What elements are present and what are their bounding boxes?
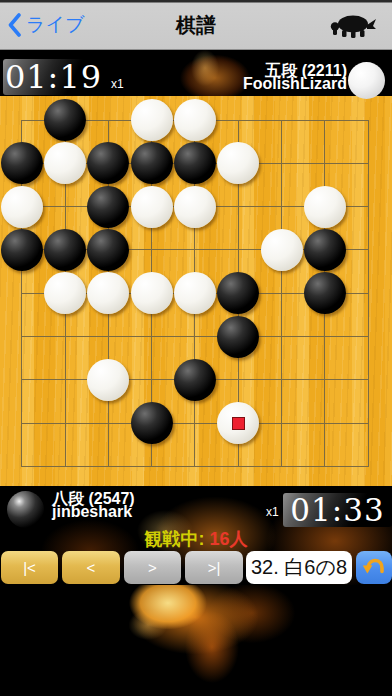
white-time-multiplier: x1	[111, 77, 124, 91]
stone-white	[131, 272, 173, 314]
stone-black	[131, 402, 173, 444]
grid-line	[368, 120, 369, 467]
stone-black	[44, 229, 86, 271]
stone-white	[261, 229, 303, 271]
grid-line	[21, 466, 368, 467]
last-move-marker	[232, 417, 245, 430]
stone-black	[304, 272, 346, 314]
stone-black	[217, 272, 259, 314]
move-number-display: 32. 白6の8	[246, 551, 352, 584]
black-player-bar: 八段 (2547) jinbeshark x1 01:33	[0, 486, 392, 526]
black-player-name: jinbeshark	[52, 505, 135, 518]
black-stone-avatar	[7, 491, 44, 528]
stone-white	[174, 272, 216, 314]
stone-white	[1, 186, 43, 228]
grid-line	[21, 336, 368, 337]
stone-black	[1, 229, 43, 271]
stone-white	[87, 272, 129, 314]
stone-white	[131, 186, 173, 228]
stone-white	[217, 142, 259, 184]
stone-white	[87, 359, 129, 401]
black-player-info: 八段 (2547) jinbeshark	[52, 492, 135, 518]
go-board[interactable]	[0, 96, 392, 486]
stone-black	[131, 142, 173, 184]
stone-black	[44, 99, 86, 141]
last-move-button[interactable]: >|	[185, 551, 243, 584]
stone-white	[174, 186, 216, 228]
stone-black	[217, 316, 259, 358]
navigation-bar: ライブ 棋譜	[0, 0, 392, 50]
white-player-name: FoolishLizard	[243, 77, 347, 90]
white-player-info: 五段 (2211) FoolishLizard	[243, 64, 347, 90]
move-controls: |< < > >| 32. 白6の8	[0, 551, 392, 584]
app-screen: ライブ 棋譜 01:19 x1 五段 (2211) FoolishLiza	[0, 0, 392, 696]
black-time-multiplier: x1	[266, 505, 279, 519]
next-move-button[interactable]: >	[124, 551, 181, 584]
stone-white	[131, 99, 173, 141]
turtle-icon[interactable]	[326, 13, 380, 39]
first-move-button[interactable]: |<	[1, 551, 58, 584]
stone-white	[44, 142, 86, 184]
stone-black	[1, 142, 43, 184]
stone-black	[87, 142, 129, 184]
stone-black	[87, 186, 129, 228]
flame-background	[0, 585, 392, 696]
undo-button[interactable]	[356, 551, 392, 584]
stone-black	[304, 229, 346, 271]
white-player-clock: 01:19	[3, 59, 104, 95]
white-player-bar: 01:19 x1 五段 (2211) FoolishLizard	[0, 50, 392, 96]
white-stone-avatar	[348, 62, 385, 99]
stone-white	[174, 99, 216, 141]
prev-move-button[interactable]: <	[62, 551, 120, 584]
spectator-count: 16人	[209, 529, 247, 549]
grid-line	[281, 120, 282, 467]
stone-black	[87, 229, 129, 271]
black-player-clock: 01:33	[283, 493, 392, 527]
spectator-label: 観戦中:	[144, 529, 204, 549]
grid-line	[21, 423, 368, 424]
stone-white	[217, 402, 259, 444]
stone-white	[304, 186, 346, 228]
spectator-status: 観戦中: 16人	[0, 527, 392, 551]
stone-black	[174, 359, 216, 401]
stone-white	[44, 272, 86, 314]
undo-arrow-icon	[362, 556, 386, 580]
stone-black	[174, 142, 216, 184]
